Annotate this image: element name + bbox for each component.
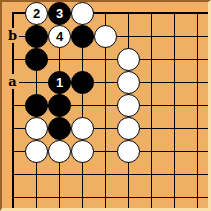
stone-white [117,140,140,163]
grid-line-vertical [174,12,175,208]
stone-black [71,71,94,94]
stone-black [48,117,71,140]
stone-white [71,117,94,140]
point-label-a: a [6,74,19,89]
move-number: 3 [56,7,63,20]
stone-white [25,140,48,163]
stone-black [25,94,48,117]
grid-line-horizontal [12,197,208,198]
stone-black-move-1: 1 [48,71,71,94]
point-label-b: b [6,28,19,43]
stone-white [71,140,94,163]
stone-black-move-3: 3 [48,2,71,25]
stone-white [117,117,140,140]
go-board: 23b4a1 [0,0,211,211]
grid-line-horizontal [12,82,208,83]
stone-white-move-2: 2 [25,2,48,25]
stone-white [117,94,140,117]
stone-black [71,25,94,48]
grid-line-horizontal [12,174,208,175]
move-number: 4 [56,30,63,43]
stone-black [25,48,48,71]
stone-black [25,25,48,48]
stone-white [25,117,48,140]
stone-white [94,25,117,48]
stone-white-move-4: 4 [48,25,71,48]
grid-line-vertical [197,12,198,208]
stone-black [48,94,71,117]
move-number: 2 [33,7,40,20]
move-number: 1 [56,76,63,89]
stone-white [71,2,94,25]
stone-white [117,71,140,94]
stone-white [48,140,71,163]
stone-white [117,48,140,71]
grid-line-vertical [151,12,152,208]
